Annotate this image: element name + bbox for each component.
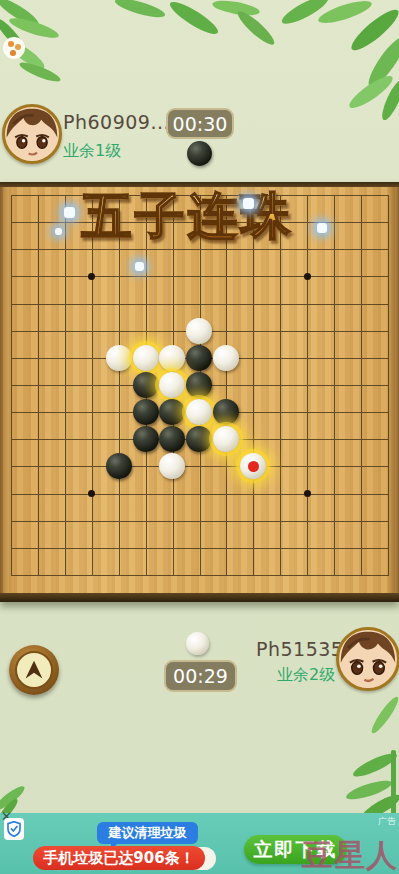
white-stone [213, 345, 239, 371]
flower-icon [3, 37, 25, 59]
last-move-marker [248, 461, 259, 472]
player-bottom-rank: 业余2级 [277, 665, 335, 686]
white-stone [213, 426, 239, 452]
stone-layer [0, 182, 399, 589]
timer-value: 00:29 [173, 665, 228, 687]
black-stone-indicator [187, 141, 212, 166]
white-stone [186, 318, 212, 344]
up-arrow-icon [15, 651, 53, 689]
shield-check-icon [4, 818, 24, 840]
timer-value: 00:30 [173, 113, 228, 135]
ad-alert-text: 手机垃圾已达906条！ [33, 846, 205, 870]
avatar[interactable] [2, 104, 62, 164]
bamboo-right-mid-icon [345, 695, 399, 815]
star-point [304, 273, 311, 280]
avatar[interactable] [336, 627, 399, 691]
star-point [304, 490, 311, 497]
white-stone [186, 399, 212, 425]
player-top-rank: 业余1级 [63, 141, 121, 162]
bamboo-top-middle-icon [108, 0, 278, 55]
white-stone [133, 345, 159, 371]
menu-arrow-button[interactable] [9, 645, 59, 695]
player-top-name: Ph60909... [63, 111, 170, 133]
bamboo-top-right-icon [275, 0, 399, 125]
ad-label: 广告 [378, 815, 396, 828]
black-stone [159, 426, 185, 452]
black-stone [106, 453, 132, 479]
player-bottom-timer: 00:29 [164, 660, 237, 692]
black-stone [133, 426, 159, 452]
bamboo-top-left-icon [0, 0, 90, 100]
white-stone [240, 453, 266, 479]
board-edge-bottom [0, 593, 399, 602]
ad-bubble-text: 建议清理垃圾 [97, 822, 198, 844]
white-stone [159, 345, 185, 371]
black-stone [213, 399, 239, 425]
white-stone [106, 345, 132, 371]
black-stone [186, 426, 212, 452]
game-screen: Ph60909... 业余1级 00:30 五子连珠 00:29 Ph51535… [0, 0, 399, 874]
star-point [88, 490, 95, 497]
watermark: 豆星人 [302, 835, 398, 874]
star-point [88, 273, 95, 280]
black-stone [133, 372, 159, 398]
player-top-timer: 00:30 [166, 108, 234, 139]
black-stone [186, 372, 212, 398]
black-stone [159, 399, 185, 425]
white-stone [159, 453, 185, 479]
black-stone [133, 399, 159, 425]
gomoku-board[interactable]: 五子连珠 [0, 182, 399, 602]
white-stone [159, 372, 185, 398]
ad-banner[interactable]: ✕ 建议清理垃圾 手机垃圾已达906条！ 立即下载 广告 豆星人 [0, 813, 399, 874]
white-stone-indicator [186, 632, 209, 655]
black-stone [186, 345, 212, 371]
